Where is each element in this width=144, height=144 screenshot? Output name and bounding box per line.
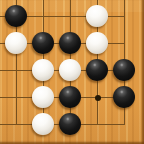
black-stone bbox=[113, 59, 135, 81]
white-stone bbox=[86, 5, 108, 27]
go-board[interactable] bbox=[0, 0, 144, 144]
white-stone bbox=[32, 59, 54, 81]
white-stone bbox=[5, 32, 27, 54]
white-stone bbox=[59, 59, 81, 81]
black-stone bbox=[59, 113, 81, 135]
black-stone bbox=[86, 59, 108, 81]
stone-layer bbox=[3, 3, 138, 138]
black-stone bbox=[5, 5, 27, 27]
black-stone bbox=[32, 32, 54, 54]
black-stone bbox=[59, 32, 81, 54]
white-stone bbox=[32, 86, 54, 108]
white-stone bbox=[32, 113, 54, 135]
white-stone bbox=[86, 32, 108, 54]
black-stone bbox=[59, 86, 81, 108]
black-stone bbox=[113, 86, 135, 108]
star-point-marker bbox=[95, 95, 101, 101]
